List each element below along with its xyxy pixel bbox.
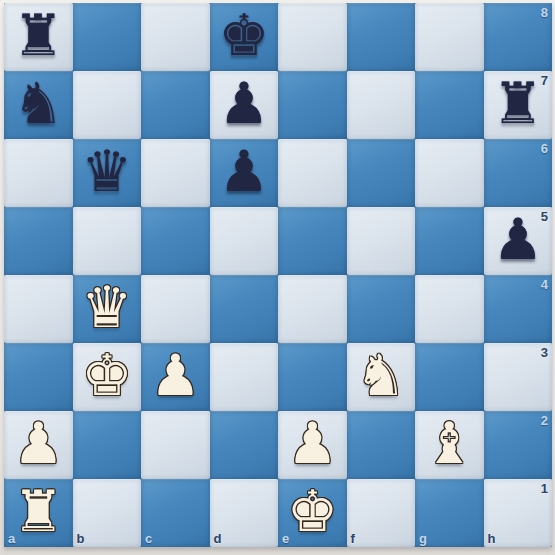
piece-white-knight-f3[interactable]: ♞ [347, 343, 416, 411]
square-b8[interactable] [73, 3, 142, 71]
square-b6[interactable]: ♛ [73, 139, 142, 207]
rank-label-5: 5 [541, 209, 548, 224]
square-c6[interactable] [141, 139, 210, 207]
square-d6[interactable]: ♟ [210, 139, 279, 207]
square-f1[interactable]: f [347, 479, 416, 547]
square-b5[interactable] [73, 207, 142, 275]
file-label-c: c [145, 531, 152, 546]
square-f4[interactable] [347, 275, 416, 343]
square-e5[interactable] [278, 207, 347, 275]
square-h1[interactable]: 1h [484, 479, 553, 547]
square-c2[interactable] [141, 411, 210, 479]
file-label-b: b [77, 531, 85, 546]
piece-white-pawn-c3[interactable]: ♟ [141, 343, 210, 411]
piece-black-king-d8[interactable]: ♚ [210, 3, 279, 71]
rank-label-4: 4 [541, 277, 548, 292]
square-f7[interactable] [347, 71, 416, 139]
square-h7[interactable]: ♜7 [484, 71, 553, 139]
file-label-e: e [282, 531, 289, 546]
square-f2[interactable] [347, 411, 416, 479]
square-d3[interactable] [210, 343, 279, 411]
rank-label-3: 3 [541, 345, 548, 360]
file-label-d: d [214, 531, 222, 546]
square-a1[interactable]: ♜a [4, 479, 73, 547]
square-d2[interactable] [210, 411, 279, 479]
square-d4[interactable] [210, 275, 279, 343]
square-c1[interactable]: c [141, 479, 210, 547]
square-a7[interactable]: ♞ [4, 71, 73, 139]
square-f5[interactable] [347, 207, 416, 275]
file-label-h: h [488, 531, 496, 546]
square-a5[interactable] [4, 207, 73, 275]
square-h4[interactable]: 4 [484, 275, 553, 343]
square-c3[interactable]: ♟ [141, 343, 210, 411]
square-b3[interactable]: ♚ [73, 343, 142, 411]
square-f6[interactable] [347, 139, 416, 207]
page: { "game": "chess", "view": "white-side b… [0, 0, 555, 555]
square-b7[interactable] [73, 71, 142, 139]
square-c4[interactable] [141, 275, 210, 343]
square-f3[interactable]: ♞ [347, 343, 416, 411]
square-g8[interactable] [415, 3, 484, 71]
square-a4[interactable] [4, 275, 73, 343]
square-b4[interactable]: ♛ [73, 275, 142, 343]
square-g5[interactable] [415, 207, 484, 275]
square-e6[interactable] [278, 139, 347, 207]
piece-white-pawn-e2[interactable]: ♟ [278, 411, 347, 479]
square-h3[interactable]: 3 [484, 343, 553, 411]
square-c7[interactable] [141, 71, 210, 139]
square-e4[interactable] [278, 275, 347, 343]
rank-label-6: 6 [541, 141, 548, 156]
square-d8[interactable]: ♚ [210, 3, 279, 71]
piece-white-queen-b4[interactable]: ♛ [73, 275, 142, 343]
square-c5[interactable] [141, 207, 210, 275]
piece-white-bishop-g2[interactable]: ♝ [415, 411, 484, 479]
piece-black-pawn-d7[interactable]: ♟ [210, 71, 279, 139]
piece-white-pawn-a2[interactable]: ♟ [4, 411, 73, 479]
rank-label-8: 8 [541, 5, 548, 20]
square-e3[interactable] [278, 343, 347, 411]
piece-black-pawn-d6[interactable]: ♟ [210, 139, 279, 207]
square-g4[interactable] [415, 275, 484, 343]
square-h6[interactable]: 6 [484, 139, 553, 207]
square-h2[interactable]: 2 [484, 411, 553, 479]
square-b2[interactable] [73, 411, 142, 479]
piece-black-rook-a8[interactable]: ♜ [4, 3, 73, 71]
square-a2[interactable]: ♟ [4, 411, 73, 479]
file-label-a: a [8, 531, 15, 546]
square-b1[interactable]: b [73, 479, 142, 547]
rank-label-2: 2 [541, 413, 548, 428]
square-c8[interactable] [141, 3, 210, 71]
file-label-f: f [351, 531, 355, 546]
square-a6[interactable] [4, 139, 73, 207]
piece-white-king-b3[interactable]: ♚ [73, 343, 142, 411]
square-h8[interactable]: 8 [484, 3, 553, 71]
square-a8[interactable]: ♜ [4, 3, 73, 71]
square-g6[interactable] [415, 139, 484, 207]
rank-label-7: 7 [541, 73, 548, 88]
square-h5[interactable]: ♟5 [484, 207, 553, 275]
piece-black-queen-b6[interactable]: ♛ [73, 139, 142, 207]
square-g3[interactable] [415, 343, 484, 411]
square-d5[interactable] [210, 207, 279, 275]
rank-label-1: 1 [541, 481, 548, 496]
square-g2[interactable]: ♝ [415, 411, 484, 479]
square-e7[interactable] [278, 71, 347, 139]
square-d7[interactable]: ♟ [210, 71, 279, 139]
piece-black-knight-a7[interactable]: ♞ [4, 71, 73, 139]
square-e8[interactable] [278, 3, 347, 71]
chess-board-frame: ♜♚8♞♟♜7♛♟6♟5♛4♚♟♞3♟♟♝2♜abcd♚efg1h [4, 3, 552, 547]
square-e1[interactable]: ♚e [278, 479, 347, 547]
square-d1[interactable]: d [210, 479, 279, 547]
square-a3[interactable] [4, 343, 73, 411]
square-e2[interactable]: ♟ [278, 411, 347, 479]
square-g7[interactable] [415, 71, 484, 139]
file-label-g: g [419, 531, 427, 546]
chess-board: ♜♚8♞♟♜7♛♟6♟5♛4♚♟♞3♟♟♝2♜abcd♚efg1h [4, 3, 552, 547]
square-g1[interactable]: g [415, 479, 484, 547]
square-f8[interactable] [347, 3, 416, 71]
